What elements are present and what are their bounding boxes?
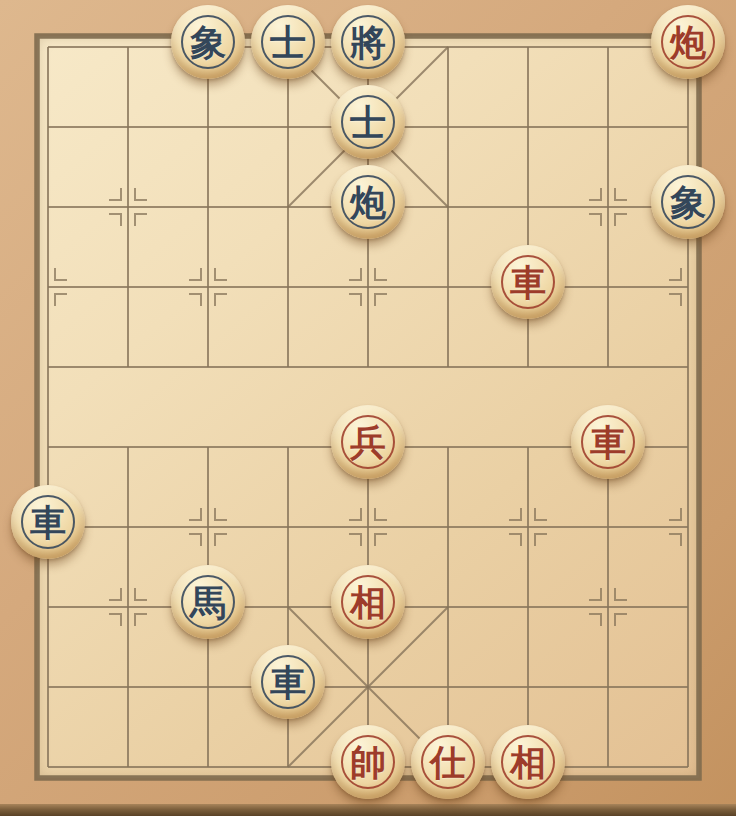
piece-red-elephant[interactable]: 相 (331, 565, 405, 639)
black-chariot-glyph: 車 (30, 504, 66, 540)
piece-black-advisor[interactable]: 士 (331, 85, 405, 159)
board-bottom-edge (0, 804, 736, 816)
piece-black-general[interactable]: 將 (331, 5, 405, 79)
piece-red-elephant[interactable]: 相 (491, 725, 565, 799)
piece-black-chariot[interactable]: 車 (11, 485, 85, 559)
piece-red-soldier[interactable]: 兵 (331, 405, 405, 479)
xiangqi-board-root: 象士將士炮象車馬車炮車兵車相帥仕相 (0, 0, 736, 816)
red-advisor-glyph: 仕 (430, 744, 466, 780)
red-cannon-glyph: 炮 (670, 24, 706, 60)
black-horse-glyph: 馬 (190, 584, 226, 620)
black-advisor-glyph: 士 (270, 24, 306, 60)
red-elephant-glyph: 相 (350, 584, 386, 620)
piece-red-advisor[interactable]: 仕 (411, 725, 485, 799)
piece-red-chariot[interactable]: 車 (491, 245, 565, 319)
black-advisor-glyph: 士 (350, 104, 386, 140)
piece-red-general[interactable]: 帥 (331, 725, 405, 799)
piece-black-advisor[interactable]: 士 (251, 5, 325, 79)
black-elephant-glyph: 象 (670, 184, 706, 220)
black-chariot-glyph: 車 (270, 664, 306, 700)
piece-black-elephant[interactable]: 象 (171, 5, 245, 79)
piece-red-chariot[interactable]: 車 (571, 405, 645, 479)
piece-black-elephant[interactable]: 象 (651, 165, 725, 239)
red-elephant-glyph: 相 (510, 744, 546, 780)
black-elephant-glyph: 象 (190, 24, 226, 60)
piece-red-cannon[interactable]: 炮 (651, 5, 725, 79)
black-cannon-glyph: 炮 (350, 184, 386, 220)
piece-black-horse[interactable]: 馬 (171, 565, 245, 639)
piece-black-chariot[interactable]: 車 (251, 645, 325, 719)
red-chariot-glyph: 車 (510, 264, 546, 300)
red-chariot-glyph: 車 (590, 424, 626, 460)
red-general-glyph: 帥 (350, 744, 386, 780)
red-soldier-glyph: 兵 (350, 424, 386, 460)
black-general-glyph: 將 (350, 24, 386, 60)
piece-black-cannon[interactable]: 炮 (331, 165, 405, 239)
